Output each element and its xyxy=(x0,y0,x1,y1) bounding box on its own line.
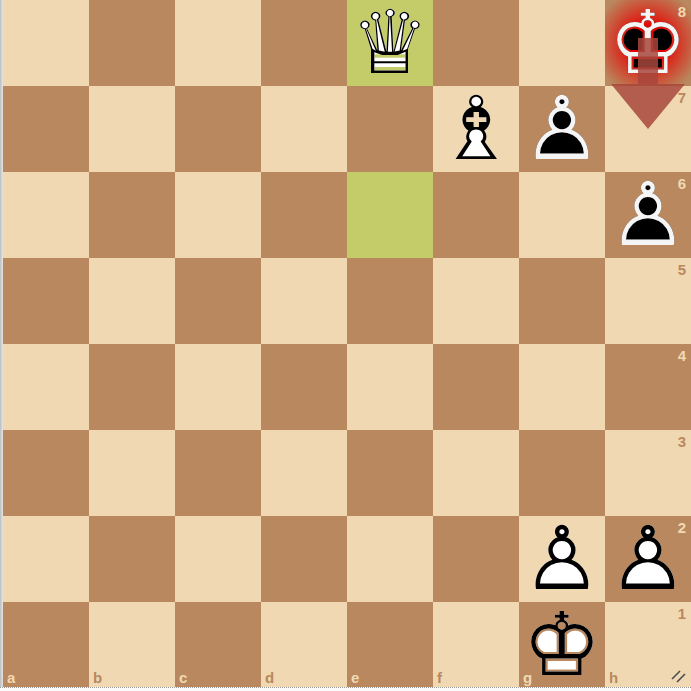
rank-label-1: 1 xyxy=(678,606,686,621)
square-g1[interactable]: ♚♔g xyxy=(519,602,605,688)
file-label-h: h xyxy=(609,670,618,685)
file-label-e: e xyxy=(351,670,359,685)
square-d2[interactable] xyxy=(261,516,347,602)
square-h8[interactable]: ♚♔8 xyxy=(605,0,691,86)
square-a8[interactable] xyxy=(3,0,89,86)
square-a5[interactable] xyxy=(3,258,89,344)
square-g5[interactable] xyxy=(519,258,605,344)
square-b4[interactable] xyxy=(89,344,175,430)
square-f1[interactable]: f xyxy=(433,602,519,688)
square-a4[interactable] xyxy=(3,344,89,430)
piece-fill-layer: ♟ xyxy=(519,516,605,602)
black-pawn[interactable]: ♟♙ xyxy=(605,172,691,258)
square-e4[interactable] xyxy=(347,344,433,430)
rank-label-5: 5 xyxy=(678,262,686,277)
square-d3[interactable] xyxy=(261,430,347,516)
square-e5[interactable] xyxy=(347,258,433,344)
square-a2[interactable] xyxy=(3,516,89,602)
square-a6[interactable] xyxy=(3,172,89,258)
square-c6[interactable] xyxy=(175,172,261,258)
piece-outline-layer: ♙ xyxy=(605,172,691,258)
file-label-c: c xyxy=(179,670,187,685)
square-d5[interactable] xyxy=(261,258,347,344)
square-e8[interactable]: ♛♕ xyxy=(347,0,433,86)
piece-fill-layer: ♟ xyxy=(519,86,605,172)
square-g4[interactable] xyxy=(519,344,605,430)
square-g3[interactable] xyxy=(519,430,605,516)
square-d1[interactable]: d xyxy=(261,602,347,688)
square-c4[interactable] xyxy=(175,344,261,430)
square-g8[interactable] xyxy=(519,0,605,86)
rank-label-4: 4 xyxy=(678,348,686,363)
square-b3[interactable] xyxy=(89,430,175,516)
piece-fill-layer: ♟ xyxy=(605,172,691,258)
square-h2[interactable]: ♟♙2 xyxy=(605,516,691,602)
square-f4[interactable] xyxy=(433,344,519,430)
square-a3[interactable] xyxy=(3,430,89,516)
square-d8[interactable] xyxy=(261,0,347,86)
square-c7[interactable] xyxy=(175,86,261,172)
square-e7[interactable] xyxy=(347,86,433,172)
square-f5[interactable] xyxy=(433,258,519,344)
white-bishop[interactable]: ♝♗ xyxy=(433,86,519,172)
chess-board: ♛♕♚♔8♝♗♟♙7♟♙6543♟♙♟♙2abcdef♚♔g1h xyxy=(3,0,691,688)
rank-label-3: 3 xyxy=(678,434,686,449)
square-d4[interactable] xyxy=(261,344,347,430)
white-pawn[interactable]: ♟♙ xyxy=(519,516,605,602)
square-h7[interactable]: 7 xyxy=(605,86,691,172)
square-h6[interactable]: ♟♙6 xyxy=(605,172,691,258)
black-pawn[interactable]: ♟♙ xyxy=(519,86,605,172)
square-c5[interactable] xyxy=(175,258,261,344)
piece-outline-layer: ♕ xyxy=(347,0,433,86)
piece-outline-layer: ♙ xyxy=(605,516,691,602)
file-label-d: d xyxy=(265,670,274,685)
square-b2[interactable] xyxy=(89,516,175,602)
square-e6[interactable] xyxy=(347,172,433,258)
square-b8[interactable] xyxy=(89,0,175,86)
square-c8[interactable] xyxy=(175,0,261,86)
square-g7[interactable]: ♟♙ xyxy=(519,86,605,172)
square-g6[interactable] xyxy=(519,172,605,258)
square-d6[interactable] xyxy=(261,172,347,258)
white-queen[interactable]: ♛♕ xyxy=(347,0,433,86)
square-g2[interactable]: ♟♙ xyxy=(519,516,605,602)
square-e3[interactable] xyxy=(347,430,433,516)
square-e1[interactable]: e xyxy=(347,602,433,688)
square-d7[interactable] xyxy=(261,86,347,172)
black-king[interactable]: ♚♔ xyxy=(605,0,691,86)
square-h5[interactable]: 5 xyxy=(605,258,691,344)
rank-label-7: 7 xyxy=(678,90,686,105)
square-f8[interactable] xyxy=(433,0,519,86)
square-c3[interactable] xyxy=(175,430,261,516)
piece-fill-layer: ♟ xyxy=(605,516,691,602)
square-b6[interactable] xyxy=(89,172,175,258)
square-c1[interactable]: c xyxy=(175,602,261,688)
white-pawn[interactable]: ♟♙ xyxy=(605,516,691,602)
file-label-f: f xyxy=(437,670,442,685)
square-b5[interactable] xyxy=(89,258,175,344)
white-king[interactable]: ♚♔ xyxy=(519,602,605,688)
square-a1[interactable]: a xyxy=(3,602,89,688)
piece-outline-layer: ♔ xyxy=(519,602,605,688)
square-f7[interactable]: ♝♗ xyxy=(433,86,519,172)
file-label-b: b xyxy=(93,670,102,685)
piece-fill-layer: ♛ xyxy=(347,0,433,86)
square-c2[interactable] xyxy=(175,516,261,602)
page: ♛♕♚♔8♝♗♟♙7♟♙6543♟♙♟♙2abcdef♚♔g1h xyxy=(0,0,691,691)
square-h4[interactable]: 4 xyxy=(605,344,691,430)
piece-fill-layer: ♚ xyxy=(605,0,691,86)
square-f2[interactable] xyxy=(433,516,519,602)
page-left-edge xyxy=(0,0,3,691)
piece-fill-layer: ♝ xyxy=(433,86,519,172)
piece-outline-layer: ♗ xyxy=(433,86,519,172)
square-f6[interactable] xyxy=(433,172,519,258)
square-f3[interactable] xyxy=(433,430,519,516)
square-h3[interactable]: 3 xyxy=(605,430,691,516)
square-e2[interactable] xyxy=(347,516,433,602)
square-b1[interactable]: b xyxy=(89,602,175,688)
square-a7[interactable] xyxy=(3,86,89,172)
page-bottom-edge xyxy=(0,687,691,691)
piece-fill-layer: ♚ xyxy=(519,602,605,688)
square-b7[interactable] xyxy=(89,86,175,172)
resize-grip-icon[interactable] xyxy=(671,668,687,684)
piece-outline-layer: ♙ xyxy=(519,516,605,602)
piece-outline-layer: ♙ xyxy=(519,86,605,172)
file-label-a: a xyxy=(7,670,15,685)
piece-outline-layer: ♔ xyxy=(605,0,691,86)
